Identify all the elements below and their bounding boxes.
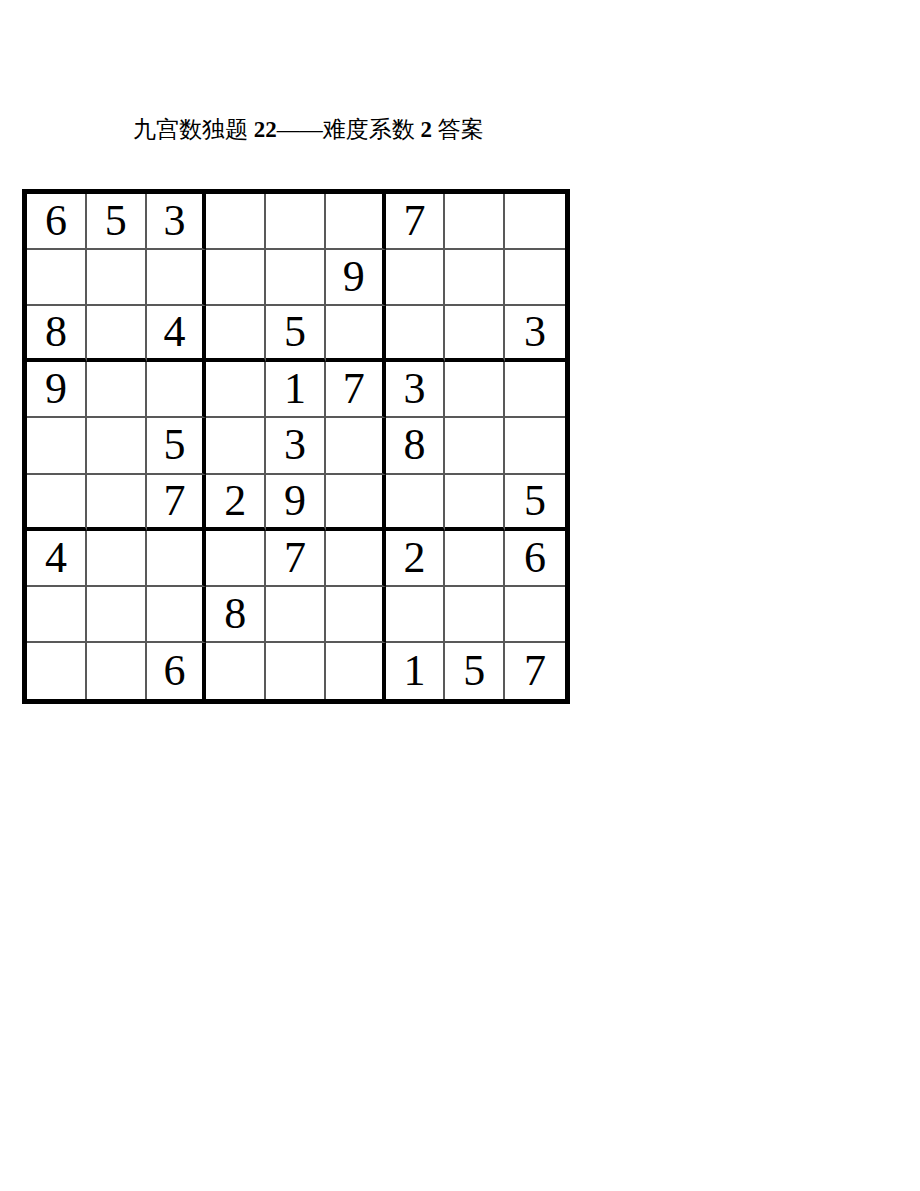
cell-r5c1[interactable] — [27, 418, 87, 474]
cell-r5c9[interactable] — [505, 418, 565, 474]
cell-r8c1[interactable] — [27, 587, 87, 643]
title-difficulty-value: 2 — [421, 117, 433, 142]
cell-r7c9[interactable]: 6 — [505, 531, 565, 587]
page: { "game": "sudoku", "position": "653...7… — [0, 0, 920, 1191]
cell-r7c6[interactable] — [326, 531, 386, 587]
cell-r1c5[interactable] — [266, 194, 326, 250]
cell-r2c8[interactable] — [445, 250, 505, 306]
cell-r8c2[interactable] — [87, 587, 147, 643]
cell-r6c4[interactable]: 2 — [206, 475, 266, 531]
cell-r2c7[interactable] — [386, 250, 446, 306]
cell-r7c4[interactable] — [206, 531, 266, 587]
cell-r1c4[interactable] — [206, 194, 266, 250]
cell-r3c8[interactable] — [445, 306, 505, 362]
cell-r5c3[interactable]: 5 — [147, 418, 207, 474]
title-puzzle-number: 22 — [254, 117, 277, 142]
cell-r3c5[interactable]: 5 — [266, 306, 326, 362]
cell-r4c9[interactable] — [505, 362, 565, 418]
cell-r6c7[interactable] — [386, 475, 446, 531]
cell-r8c4[interactable]: 8 — [206, 587, 266, 643]
cell-r1c1[interactable]: 6 — [27, 194, 87, 250]
cell-r3c1[interactable]: 8 — [27, 306, 87, 362]
cell-r2c2[interactable] — [87, 250, 147, 306]
cell-r7c5[interactable]: 7 — [266, 531, 326, 587]
title-answer-label: 答案 — [432, 117, 484, 142]
cell-r6c8[interactable] — [445, 475, 505, 531]
cell-r1c3[interactable]: 3 — [147, 194, 207, 250]
cell-r4c2[interactable] — [87, 362, 147, 418]
cell-r6c5[interactable]: 9 — [266, 475, 326, 531]
cell-r2c9[interactable] — [505, 250, 565, 306]
cell-r7c8[interactable] — [445, 531, 505, 587]
cell-r9c8[interactable]: 5 — [445, 643, 505, 699]
cell-r3c9[interactable]: 3 — [505, 306, 565, 362]
cell-r1c9[interactable] — [505, 194, 565, 250]
cell-r3c2[interactable] — [87, 306, 147, 362]
cell-r9c7[interactable]: 1 — [386, 643, 446, 699]
cell-r6c2[interactable] — [87, 475, 147, 531]
cell-r4c3[interactable] — [147, 362, 207, 418]
cell-r9c4[interactable] — [206, 643, 266, 699]
cell-r5c4[interactable] — [206, 418, 266, 474]
cell-r5c7[interactable]: 8 — [386, 418, 446, 474]
cell-r5c8[interactable] — [445, 418, 505, 474]
cell-r4c5[interactable]: 1 — [266, 362, 326, 418]
cell-r8c3[interactable] — [147, 587, 207, 643]
cell-r2c4[interactable] — [206, 250, 266, 306]
cell-r6c9[interactable]: 5 — [505, 475, 565, 531]
cell-r3c3[interactable]: 4 — [147, 306, 207, 362]
cell-r9c5[interactable] — [266, 643, 326, 699]
cell-r4c8[interactable] — [445, 362, 505, 418]
cell-r4c1[interactable]: 9 — [27, 362, 87, 418]
cell-r5c6[interactable] — [326, 418, 386, 474]
cell-r8c9[interactable] — [505, 587, 565, 643]
cell-r8c7[interactable] — [386, 587, 446, 643]
cell-r6c1[interactable] — [27, 475, 87, 531]
cell-r3c7[interactable] — [386, 306, 446, 362]
cell-r9c9[interactable]: 7 — [505, 643, 565, 699]
cell-r7c3[interactable] — [147, 531, 207, 587]
cell-r3c6[interactable] — [326, 306, 386, 362]
title-difficulty-label: ——难度系数 — [277, 117, 421, 142]
cell-r1c2[interactable]: 5 — [87, 194, 147, 250]
cell-r1c6[interactable] — [326, 194, 386, 250]
cell-r2c1[interactable] — [27, 250, 87, 306]
sudoku-grid: 65379845391735387295472686157 — [22, 189, 570, 704]
title-puzzle-label: 九宫数独题 — [133, 117, 254, 142]
cell-r2c6[interactable]: 9 — [326, 250, 386, 306]
cell-r9c3[interactable]: 6 — [147, 643, 207, 699]
cell-r9c2[interactable] — [87, 643, 147, 699]
cell-r4c4[interactable] — [206, 362, 266, 418]
cell-r2c3[interactable] — [147, 250, 207, 306]
cell-r2c5[interactable] — [266, 250, 326, 306]
cell-r7c1[interactable]: 4 — [27, 531, 87, 587]
cell-r6c6[interactable] — [326, 475, 386, 531]
cell-r8c8[interactable] — [445, 587, 505, 643]
cell-r1c7[interactable]: 7 — [386, 194, 446, 250]
cell-r6c3[interactable]: 7 — [147, 475, 207, 531]
cell-r7c2[interactable] — [87, 531, 147, 587]
cell-r9c1[interactable] — [27, 643, 87, 699]
page-title: 九宫数独题 22——难度系数 2 答案 — [133, 116, 484, 144]
cell-r8c5[interactable] — [266, 587, 326, 643]
cell-r9c6[interactable] — [326, 643, 386, 699]
cell-r3c4[interactable] — [206, 306, 266, 362]
cell-r4c6[interactable]: 7 — [326, 362, 386, 418]
cell-r7c7[interactable]: 2 — [386, 531, 446, 587]
cell-r4c7[interactable]: 3 — [386, 362, 446, 418]
cell-r1c8[interactable] — [445, 194, 505, 250]
cell-r8c6[interactable] — [326, 587, 386, 643]
cell-r5c2[interactable] — [87, 418, 147, 474]
cell-r5c5[interactable]: 3 — [266, 418, 326, 474]
